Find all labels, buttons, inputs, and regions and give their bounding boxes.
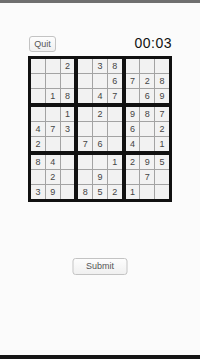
sudoku-cell-r7c5[interactable] bbox=[93, 155, 107, 169]
sudoku-box-4: 14732 bbox=[31, 107, 74, 151]
sudoku-cell-r1c1[interactable] bbox=[31, 59, 45, 73]
sudoku-cell-r3c9[interactable]: 9 bbox=[155, 89, 169, 103]
sudoku-cell-r4c6[interactable] bbox=[108, 107, 122, 121]
sudoku-cell-r7c6[interactable]: 1 bbox=[108, 155, 122, 169]
sudoku-cell-r5c6[interactable] bbox=[108, 122, 122, 136]
sudoku-cell-r9c6[interactable]: 2 bbox=[108, 185, 122, 199]
sudoku-cell-r9c9[interactable] bbox=[155, 185, 169, 199]
sudoku-cell-r2c6[interactable]: 6 bbox=[108, 74, 122, 88]
sudoku-cell-r4c1[interactable] bbox=[31, 107, 45, 121]
sudoku-cell-r6c2[interactable] bbox=[46, 137, 60, 151]
sudoku-cell-r6c1[interactable]: 2 bbox=[31, 137, 45, 151]
sudoku-cell-r3c7[interactable] bbox=[126, 89, 140, 103]
sudoku-cell-r1c9[interactable] bbox=[155, 59, 169, 73]
sudoku-cell-r1c6[interactable]: 8 bbox=[108, 59, 122, 73]
sudoku-cell-r4c4[interactable] bbox=[78, 107, 92, 121]
sudoku-box-2: 38647 bbox=[78, 59, 121, 103]
sudoku-cell-r9c8[interactable] bbox=[140, 185, 154, 199]
sudoku-cell-r7c9[interactable]: 5 bbox=[155, 155, 169, 169]
sudoku-cell-r7c3[interactable] bbox=[61, 155, 75, 169]
sudoku-cell-r9c7[interactable]: 1 bbox=[126, 185, 140, 199]
sudoku-cell-r6c6[interactable] bbox=[108, 137, 122, 151]
sudoku-box-3: 72869 bbox=[126, 59, 169, 103]
sudoku-cell-r8c2[interactable]: 2 bbox=[46, 170, 60, 184]
sudoku-cell-r5c9[interactable]: 2 bbox=[155, 122, 169, 136]
sudoku-cell-r9c2[interactable]: 9 bbox=[46, 185, 60, 199]
sudoku-cell-r9c3[interactable] bbox=[61, 185, 75, 199]
sudoku-cell-r8c4[interactable] bbox=[78, 170, 92, 184]
sudoku-cell-r9c4[interactable]: 8 bbox=[78, 185, 92, 199]
sudoku-cell-r5c2[interactable]: 7 bbox=[46, 122, 60, 136]
sudoku-cell-r2c5[interactable] bbox=[93, 74, 107, 88]
sudoku-box-8: 19852 bbox=[78, 155, 121, 199]
sudoku-cell-r2c8[interactable]: 2 bbox=[140, 74, 154, 88]
sudoku-cell-r4c9[interactable]: 7 bbox=[155, 107, 169, 121]
sudoku-cell-r5c5[interactable] bbox=[93, 122, 107, 136]
bottom-navigation-bar bbox=[0, 355, 200, 359]
sudoku-cell-r6c5[interactable]: 6 bbox=[93, 137, 107, 151]
sudoku-cell-r6c7[interactable]: 4 bbox=[126, 137, 140, 151]
sudoku-cell-r5c7[interactable]: 6 bbox=[126, 122, 140, 136]
sudoku-cell-r5c8[interactable] bbox=[140, 122, 154, 136]
sudoku-cell-r4c2[interactable] bbox=[46, 107, 60, 121]
sudoku-cell-r1c3[interactable]: 2 bbox=[61, 59, 75, 73]
sudoku-box-1: 218 bbox=[31, 59, 74, 103]
sudoku-box-9: 29571 bbox=[126, 155, 169, 199]
sudoku-cell-r2c3[interactable] bbox=[61, 74, 75, 88]
submit-button[interactable]: Submit bbox=[73, 258, 128, 275]
sudoku-cell-r2c7[interactable]: 7 bbox=[126, 74, 140, 88]
timer: 00:03 bbox=[134, 35, 172, 51]
sudoku-cell-r3c3[interactable]: 8 bbox=[61, 89, 75, 103]
sudoku-cell-r3c2[interactable]: 1 bbox=[46, 89, 60, 103]
sudoku-cell-r8c9[interactable] bbox=[155, 170, 169, 184]
sudoku-cell-r6c8[interactable] bbox=[140, 137, 154, 151]
sudoku-cell-r1c4[interactable] bbox=[78, 59, 92, 73]
sudoku-cell-r1c5[interactable]: 3 bbox=[93, 59, 107, 73]
sudoku-cell-r5c1[interactable]: 4 bbox=[31, 122, 45, 136]
sudoku-cell-r2c4[interactable] bbox=[78, 74, 92, 88]
sudoku-cell-r9c5[interactable]: 5 bbox=[93, 185, 107, 199]
sudoku-cell-r2c2[interactable] bbox=[46, 74, 60, 88]
sudoku-cell-r8c6[interactable] bbox=[108, 170, 122, 184]
sudoku-box-7: 84239 bbox=[31, 155, 74, 199]
sudoku-box-6: 9876241 bbox=[126, 107, 169, 151]
sudoku-cell-r1c8[interactable] bbox=[140, 59, 154, 73]
sudoku-cell-r3c8[interactable]: 6 bbox=[140, 89, 154, 103]
sudoku-cell-r4c7[interactable]: 9 bbox=[126, 107, 140, 121]
sudoku-cell-r1c2[interactable] bbox=[46, 59, 60, 73]
sudoku-cell-r3c6[interactable]: 7 bbox=[108, 89, 122, 103]
sudoku-box-5: 276 bbox=[78, 107, 121, 151]
sudoku-cell-r8c5[interactable]: 9 bbox=[93, 170, 107, 184]
sudoku-cell-r6c9[interactable]: 1 bbox=[155, 137, 169, 151]
sudoku-cell-r6c4[interactable]: 7 bbox=[78, 137, 92, 151]
sudoku-board: 2183864772869147322769876241842391985229… bbox=[28, 56, 172, 202]
sudoku-cell-r3c1[interactable] bbox=[31, 89, 45, 103]
top-status-bar bbox=[0, 0, 200, 3]
sudoku-cell-r6c3[interactable] bbox=[61, 137, 75, 151]
sudoku-cell-r1c7[interactable] bbox=[126, 59, 140, 73]
sudoku-cell-r9c1[interactable]: 3 bbox=[31, 185, 45, 199]
sudoku-cell-r2c9[interactable]: 8 bbox=[155, 74, 169, 88]
sudoku-cell-r2c1[interactable] bbox=[31, 74, 45, 88]
sudoku-cell-r5c3[interactable]: 3 bbox=[61, 122, 75, 136]
quit-button[interactable]: Quit bbox=[29, 36, 56, 52]
sudoku-cell-r3c4[interactable] bbox=[78, 89, 92, 103]
sudoku-cell-r8c1[interactable] bbox=[31, 170, 45, 184]
sudoku-cell-r7c4[interactable] bbox=[78, 155, 92, 169]
sudoku-cell-r7c2[interactable]: 4 bbox=[46, 155, 60, 169]
sudoku-cell-r5c4[interactable] bbox=[78, 122, 92, 136]
sudoku-cell-r8c8[interactable]: 7 bbox=[140, 170, 154, 184]
sudoku-cell-r7c1[interactable]: 8 bbox=[31, 155, 45, 169]
sudoku-cell-r4c5[interactable]: 2 bbox=[93, 107, 107, 121]
sudoku-cell-r7c8[interactable]: 9 bbox=[140, 155, 154, 169]
sudoku-cell-r8c3[interactable] bbox=[61, 170, 75, 184]
sudoku-cell-r4c8[interactable]: 8 bbox=[140, 107, 154, 121]
sudoku-cell-r7c7[interactable]: 2 bbox=[126, 155, 140, 169]
sudoku-cell-r4c3[interactable]: 1 bbox=[61, 107, 75, 121]
sudoku-cell-r3c5[interactable]: 4 bbox=[93, 89, 107, 103]
sudoku-cell-r8c7[interactable] bbox=[126, 170, 140, 184]
